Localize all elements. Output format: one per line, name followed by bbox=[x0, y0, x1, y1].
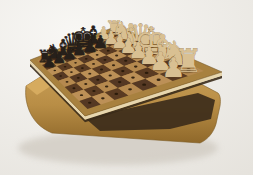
peg-hole bbox=[88, 73, 91, 75]
peg-hole bbox=[66, 81, 69, 83]
peg-hole bbox=[109, 75, 112, 77]
travel-chess-set-photo: ♜♞♟♝♟♝♚♟♟♛♛♟♟♚♝♟♟♞♝♟♜♟♟♞♟♟♜♟ bbox=[0, 0, 253, 175]
peg-hole bbox=[145, 72, 149, 74]
peg-hole bbox=[118, 81, 122, 83]
peg-hole bbox=[131, 76, 135, 78]
peg-hole bbox=[124, 60, 127, 62]
piece-white-pawn[interactable]: ♟ bbox=[161, 52, 185, 83]
peg-hole bbox=[80, 94, 83, 96]
peg-hole bbox=[100, 69, 103, 71]
piece-black-pawn[interactable]: ♟ bbox=[42, 53, 56, 71]
peg-hole bbox=[84, 83, 87, 85]
peg-hole bbox=[77, 77, 80, 79]
peg-hole bbox=[115, 55, 118, 57]
peg-hole bbox=[81, 67, 84, 69]
peg-hole bbox=[96, 79, 99, 81]
peg-hole bbox=[128, 88, 132, 90]
peg-hole bbox=[121, 70, 124, 72]
chess-scene: ♜♞♟♝♟♝♚♟♟♛♛♟♟♚♝♟♟♞♝♟♜♟♟♞♟♟♜♟ bbox=[0, 0, 253, 175]
peg-hole bbox=[134, 66, 138, 68]
peg-hole bbox=[112, 64, 115, 66]
peg-hole bbox=[72, 87, 75, 89]
peg-hole bbox=[142, 83, 146, 85]
peg-hole bbox=[92, 63, 95, 65]
peg-hole bbox=[88, 102, 91, 104]
peg-hole bbox=[157, 79, 161, 81]
peg-hole bbox=[105, 86, 108, 88]
peg-hole bbox=[92, 90, 95, 92]
peg-hole bbox=[103, 59, 106, 61]
peg-hole bbox=[114, 93, 118, 95]
peg-hole bbox=[101, 97, 105, 99]
peg-hole bbox=[59, 75, 62, 77]
peg-hole bbox=[70, 71, 73, 73]
